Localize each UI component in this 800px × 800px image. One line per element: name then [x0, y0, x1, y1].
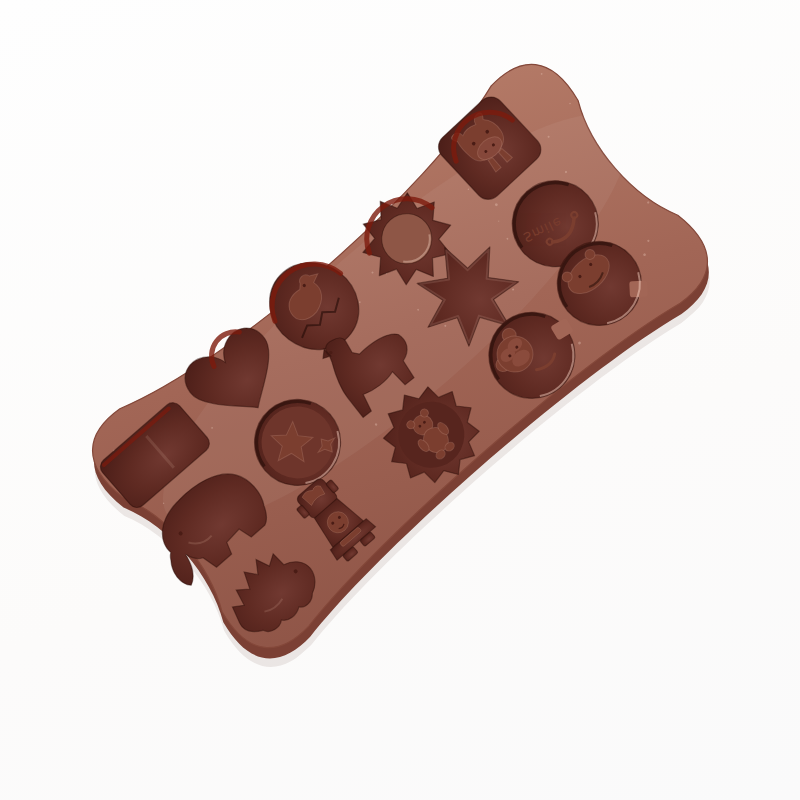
chocolate-mold: Smile — [54, 25, 747, 686]
photo-canvas: Smile — [0, 0, 800, 800]
mold-drawing: Smile — [54, 25, 747, 686]
